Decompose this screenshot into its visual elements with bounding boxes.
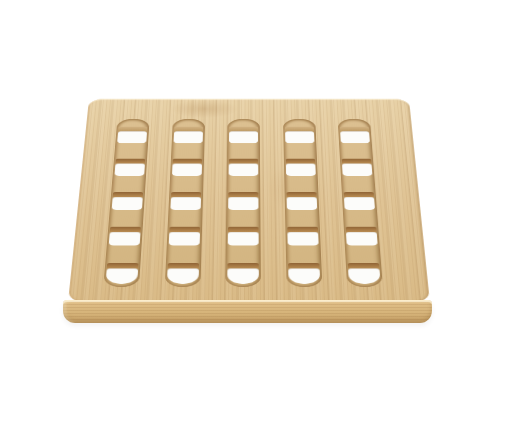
trivet-top-face [68,99,430,302]
slot-opening [340,127,370,144]
slot-cutout-white [342,163,372,175]
slot-opening [166,263,198,284]
slot-opening [112,192,143,210]
slot-opening [170,192,201,210]
slot-cutout-white [228,232,259,246]
groove-column [338,119,383,287]
slot-cutout-white [348,268,381,283]
slot-cutout-white [229,131,258,143]
slot-opening [173,127,203,144]
slot-cutout-white [228,197,258,210]
slot-cutout-white [112,197,143,210]
slot-cutout-white [114,163,145,175]
slot-opening [342,159,373,176]
trivet [0,0,509,422]
slot-opening [348,263,381,284]
slot-opening [228,227,259,246]
slot-cutout-white [117,131,147,143]
slot-opening [285,159,315,176]
slot-cutout-white [106,268,139,283]
slot-opening [286,192,317,210]
slot-cutout-white [173,131,202,143]
slot-cutout-white [227,268,259,283]
slot-cutout-white [286,197,317,210]
slot-cutout-white [229,163,259,175]
slot-opening [229,127,258,144]
slot-cutout-white [288,268,320,283]
slot-cutout-white [168,232,199,246]
slot-opening [229,159,259,176]
slot-opening [346,227,378,246]
slot-cutout-white [340,131,370,143]
slot-opening [109,227,141,246]
slot-opening [114,159,145,176]
groove-column [164,119,204,287]
slot-cutout-white [170,197,201,210]
slot-cutout-white [285,163,315,175]
groove-column [225,119,261,287]
slot-cutout-white [166,268,198,283]
groove-column [283,119,322,287]
slot-opening [344,192,375,210]
slot-cutout-white [346,232,378,246]
groove-column [103,119,149,287]
slot-opening [106,263,139,284]
slot-opening [172,159,202,176]
slot-cutout-white [285,131,314,143]
slot-opening [227,263,259,284]
slot-cutout-white [344,197,375,210]
slot-cutout-white [109,232,141,246]
product-photo [0,0,509,422]
trivet-front-edge [63,300,432,323]
slot-opening [228,192,258,210]
slot-cutout-white [287,232,318,246]
slot-opening [287,227,318,246]
slot-opening [285,127,314,144]
slot-opening [288,263,320,284]
slot-cutout-white [172,163,202,175]
slot-opening [168,227,200,246]
slot-opening [117,127,147,144]
